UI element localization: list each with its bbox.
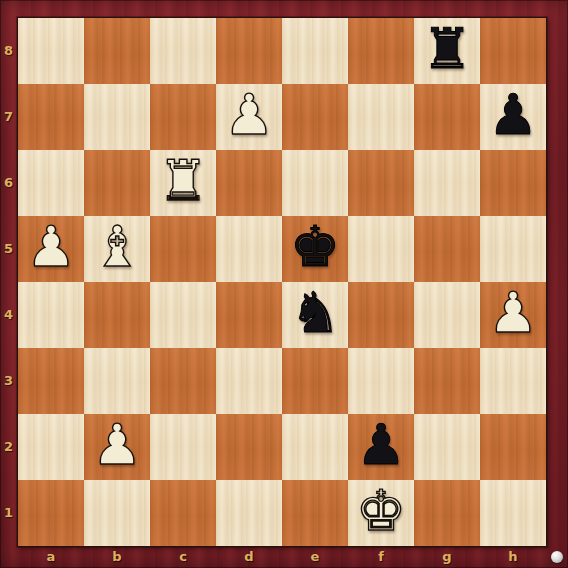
square-d3[interactable] [216, 348, 282, 414]
piece-black-king[interactable]: ♚ [282, 214, 348, 280]
square-g3[interactable] [414, 348, 480, 414]
square-d7[interactable]: ♟ [216, 84, 282, 150]
square-e2[interactable] [282, 414, 348, 480]
file-label-e: e [282, 545, 348, 568]
piece-white-pawn[interactable]: ♟ [84, 412, 150, 478]
square-c5[interactable] [150, 216, 216, 282]
square-g8[interactable]: ♜ [414, 18, 480, 84]
square-f5[interactable] [348, 216, 414, 282]
file-label-h: h [480, 545, 546, 568]
square-e8[interactable] [282, 18, 348, 84]
rank-label-5: 5 [0, 216, 17, 282]
square-c4[interactable] [150, 282, 216, 348]
square-a6[interactable] [18, 150, 84, 216]
square-f6[interactable] [348, 150, 414, 216]
square-h7[interactable]: ♟ [480, 84, 546, 150]
square-c3[interactable] [150, 348, 216, 414]
square-f1[interactable]: ♚ [348, 480, 414, 546]
square-g4[interactable] [414, 282, 480, 348]
board-frame: ♜♟♟♜♟♝♚♞♟♟♟♚ 87654321 abcdefgh [0, 0, 568, 568]
piece-white-king[interactable]: ♚ [348, 478, 414, 544]
square-g1[interactable] [414, 480, 480, 546]
piece-white-rook[interactable]: ♜ [150, 148, 216, 214]
square-h2[interactable] [480, 414, 546, 480]
square-f3[interactable] [348, 348, 414, 414]
square-h1[interactable] [480, 480, 546, 546]
piece-black-knight[interactable]: ♞ [282, 280, 348, 346]
piece-white-pawn[interactable]: ♟ [216, 82, 282, 148]
square-a2[interactable] [18, 414, 84, 480]
square-a1[interactable] [18, 480, 84, 546]
square-c6[interactable]: ♜ [150, 150, 216, 216]
rank-label-2: 2 [0, 414, 17, 480]
square-b6[interactable] [84, 150, 150, 216]
piece-white-bishop[interactable]: ♝ [84, 214, 150, 280]
file-label-d: d [216, 545, 282, 568]
square-h3[interactable] [480, 348, 546, 414]
square-d6[interactable] [216, 150, 282, 216]
rank-label-1: 1 [0, 480, 17, 546]
rank-label-6: 6 [0, 150, 17, 216]
square-d4[interactable] [216, 282, 282, 348]
square-h4[interactable]: ♟ [480, 282, 546, 348]
file-label-b: b [84, 545, 150, 568]
square-h6[interactable] [480, 150, 546, 216]
file-label-f: f [348, 545, 414, 568]
piece-white-pawn[interactable]: ♟ [18, 214, 84, 280]
square-e6[interactable] [282, 150, 348, 216]
square-e3[interactable] [282, 348, 348, 414]
square-e1[interactable] [282, 480, 348, 546]
square-f7[interactable] [348, 84, 414, 150]
square-c2[interactable] [150, 414, 216, 480]
square-b5[interactable]: ♝ [84, 216, 150, 282]
side-to-move-indicator [551, 551, 563, 563]
square-a3[interactable] [18, 348, 84, 414]
square-b7[interactable] [84, 84, 150, 150]
square-h5[interactable] [480, 216, 546, 282]
file-label-g: g [414, 545, 480, 568]
square-a5[interactable]: ♟ [18, 216, 84, 282]
square-b2[interactable]: ♟ [84, 414, 150, 480]
piece-white-pawn[interactable]: ♟ [480, 280, 546, 346]
square-a8[interactable] [18, 18, 84, 84]
piece-black-rook[interactable]: ♜ [414, 16, 480, 82]
square-f4[interactable] [348, 282, 414, 348]
square-d5[interactable] [216, 216, 282, 282]
square-e4[interactable]: ♞ [282, 282, 348, 348]
square-b1[interactable] [84, 480, 150, 546]
square-b3[interactable] [84, 348, 150, 414]
piece-black-pawn[interactable]: ♟ [348, 412, 414, 478]
square-d8[interactable] [216, 18, 282, 84]
square-e5[interactable]: ♚ [282, 216, 348, 282]
square-b8[interactable] [84, 18, 150, 84]
square-g6[interactable] [414, 150, 480, 216]
piece-black-pawn[interactable]: ♟ [480, 82, 546, 148]
square-d1[interactable] [216, 480, 282, 546]
square-h8[interactable] [480, 18, 546, 84]
rank-label-8: 8 [0, 18, 17, 84]
square-e7[interactable] [282, 84, 348, 150]
square-a7[interactable] [18, 84, 84, 150]
square-c8[interactable] [150, 18, 216, 84]
square-c7[interactable] [150, 84, 216, 150]
square-g7[interactable] [414, 84, 480, 150]
file-label-c: c [150, 545, 216, 568]
square-g2[interactable] [414, 414, 480, 480]
square-c1[interactable] [150, 480, 216, 546]
square-f2[interactable]: ♟ [348, 414, 414, 480]
rank-label-7: 7 [0, 84, 17, 150]
file-label-a: a [18, 545, 84, 568]
chess-board: ♜♟♟♜♟♝♚♞♟♟♟♚ [17, 17, 547, 547]
square-a4[interactable] [18, 282, 84, 348]
rank-label-3: 3 [0, 348, 17, 414]
rank-label-4: 4 [0, 282, 17, 348]
square-g5[interactable] [414, 216, 480, 282]
square-d2[interactable] [216, 414, 282, 480]
square-b4[interactable] [84, 282, 150, 348]
square-f8[interactable] [348, 18, 414, 84]
